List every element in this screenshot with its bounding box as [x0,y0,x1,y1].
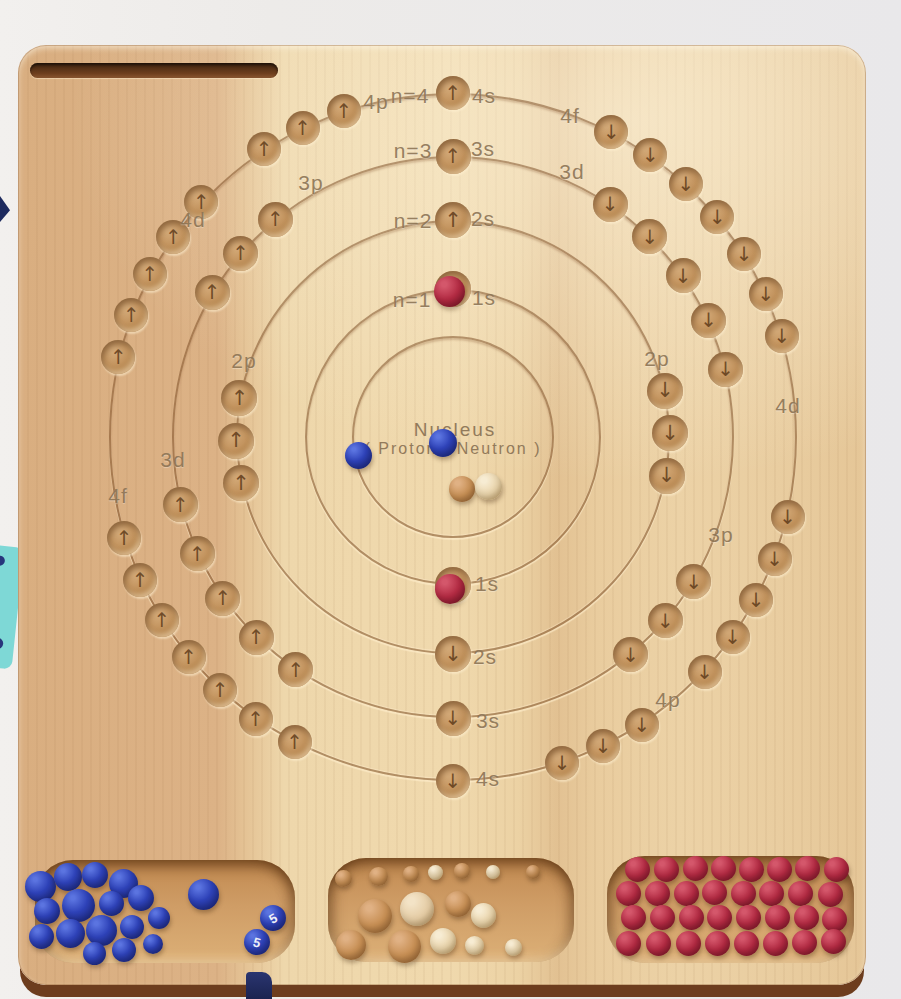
electron-tray-ball-14[interactable] [759,881,784,906]
neutron-tray-ball-16[interactable] [505,939,522,956]
engraved-label-4s-11: 4s [476,767,500,791]
proton-tray-ball-10[interactable] [56,919,85,948]
electron-tray-ball-11[interactable] [674,881,699,906]
board-ball-red-2[interactable] [435,574,465,604]
electron-tray-ball-18[interactable] [650,905,675,930]
hole-2s-up-1[interactable]: ↑ [435,202,471,238]
electron-tray-ball-23[interactable] [794,905,819,930]
hole-3p-up-1[interactable]: ↑ [258,202,293,237]
hole-3d-up-2[interactable]: ↑ [180,536,215,571]
engraved-label-2p-15: 2p [231,349,256,373]
hole-2s-down-1[interactable]: ↓ [435,636,471,672]
electron-tray-ball-28[interactable] [705,931,730,956]
engraved-label-n=4-0: n=4 [391,84,430,108]
engraved-label-4p-23: 4p [655,688,680,712]
electron-tray-ball-15[interactable] [788,881,813,906]
proton-tray-ball-15[interactable] [112,938,136,962]
hole-2p-up-3[interactable]: ↑ [223,465,259,501]
neutron-tray-ball-14[interactable] [430,928,456,954]
proton-tray-ball-3[interactable] [82,862,108,888]
engraved-label-n=2-4: n=2 [394,209,433,233]
engraved-label-2p-20: 2p [644,347,669,371]
electron-tray-ball-30[interactable] [763,931,788,956]
hole-2p-down-3[interactable]: ↓ [647,373,683,409]
electron-tray-ball-2[interactable] [654,857,679,882]
hole-4f-up-4[interactable]: ↑ [172,640,206,674]
proton-tray-ball-11[interactable] [86,915,117,946]
electron-tray-ball-24[interactable] [822,907,847,932]
neutron-tray-ball-2[interactable] [369,867,388,886]
hole-3d-up-3[interactable]: ↑ [205,581,240,616]
engraved-label-1s-8: 1s [475,572,499,596]
electron-tray-ball-19[interactable] [679,905,704,930]
engraved-label-4s-1: 4s [472,84,496,108]
engraved-label-1s-7: 1s [472,286,496,310]
hole-3s-down-1[interactable]: ↓ [436,701,471,736]
hole-4f-down-4[interactable]: ↓ [700,200,734,234]
neutron-tray-ball-15[interactable] [465,936,484,955]
neutron-tray-ball-8[interactable] [358,899,392,933]
engraved-label-4f-17: 4f [108,484,128,508]
hole-4f-down-7[interactable]: ↓ [594,115,628,149]
hole-4p-up-1[interactable]: ↑ [327,94,361,128]
engraved-label-3s-3: 3s [471,137,495,161]
engraved-label-n=1-6: n=1 [393,288,432,312]
electron-tray-ball-13[interactable] [731,881,756,906]
engraved-label-2s-5: 2s [471,207,495,231]
orbital-board-photo: Nucleus ( Proton / Neutron ) ↑↓↑↑↑↑↓↓↓↓↑… [0,0,901,999]
electron-tray-ball-31[interactable] [792,930,817,955]
neutron-tray-ball-1[interactable] [335,870,352,887]
engraved-label-4d-14: 4d [180,208,205,232]
electron-tray-ball-22[interactable] [765,905,790,930]
hole-2p-up-2[interactable]: ↑ [218,423,254,459]
board-ball-red-1[interactable] [434,276,465,307]
hole-3s-up-1[interactable]: ↑ [436,139,471,174]
neutron-tray-ball-9[interactable] [400,892,434,926]
engraved-label-3s-10: 3s [476,709,500,733]
electron-tray-ball-27[interactable] [676,931,701,956]
hole-4d-down-5[interactable]: ↓ [771,500,805,534]
proton-tray-ball-16[interactable] [143,934,163,954]
neutron-tray-ball-10[interactable] [445,891,471,917]
hole-3p-up-2[interactable]: ↑ [223,236,258,271]
electron-tray-ball-9[interactable] [616,881,641,906]
neutron-tray-ball-11[interactable] [471,903,496,928]
neutron-tray-ball-6[interactable] [486,865,500,879]
hole-4d-down-1[interactable]: ↓ [688,655,722,689]
hole-4f-up-1[interactable]: ↑ [107,521,141,555]
proton-tray-ball-6[interactable] [62,889,95,922]
engraved-label-2s-9: 2s [473,645,497,669]
neutron-tray-ball-7[interactable] [526,865,540,879]
hole-4d-down-2[interactable]: ↓ [716,620,750,654]
electron-tray-ball-7[interactable] [795,856,820,881]
proton-tray-ball-12[interactable] [120,915,144,939]
neutron-tray-ball-4[interactable] [428,865,443,880]
electron-tray-ball-1[interactable] [625,857,650,882]
hole-3p-up-3[interactable]: ↑ [195,275,230,310]
electron-tray-ball-21[interactable] [736,905,761,930]
hole-4f-up-7[interactable]: ↑ [278,725,312,759]
hole-4f-down-2[interactable]: ↓ [749,277,783,311]
neutron-tray-ball-5[interactable] [454,863,470,879]
neutron-tray-ball-13[interactable] [388,930,421,963]
electron-tray-ball-8[interactable] [824,857,849,882]
hole-3d-up-4[interactable]: ↑ [239,620,274,655]
hole-4f-down-3[interactable]: ↓ [727,237,761,271]
hole-2p-down-2[interactable]: ↓ [652,415,688,451]
proton-tray-ball-19[interactable]: 5 [244,929,270,955]
hole-3d-down-1[interactable]: ↓ [708,352,743,387]
pencil-groove [30,63,278,78]
board-ball-cream-6[interactable] [475,473,502,500]
hole-3d-down-3[interactable]: ↓ [666,258,701,293]
engraved-label-4d-21: 4d [775,394,800,418]
engraved-label-4f-18: 4f [560,104,580,128]
proton-tray-ball-13[interactable] [148,907,170,929]
hole-4s-up-1[interactable]: ↑ [436,76,470,110]
proton-tray-ball-18[interactable]: 5 [260,905,286,931]
board-ball-blue-3[interactable] [345,442,372,469]
board-ball-tan-5[interactable] [449,476,475,502]
hole-4p-down-3[interactable]: ↓ [625,708,659,742]
electron-tray-ball-6[interactable] [767,857,792,882]
proton-tray-ball-17[interactable] [188,879,219,910]
electron-tray-ball-5[interactable] [739,857,764,882]
neutron-tray-ball-3[interactable] [403,866,419,882]
hole-4f-up-6[interactable]: ↑ [239,702,273,736]
engraved-label-3p-22: 3p [708,523,733,547]
card-dot [0,637,4,649]
electron-tray-ball-16[interactable] [818,882,843,907]
proton-tray-ball-1[interactable] [25,871,56,902]
hole-4f-up-3[interactable]: ↑ [145,603,179,637]
proton-tray-ball-2[interactable] [54,863,82,891]
electron-tray-ball-3[interactable] [683,856,708,881]
electron-tray-ball-4[interactable] [711,856,736,881]
hole-4d-down-4[interactable]: ↓ [758,542,792,576]
proton-tray-ball-14[interactable] [83,942,106,965]
card-dot [0,555,5,566]
hole-4p-up-2[interactable]: ↑ [286,111,320,145]
engraved-label-3p-13: 3p [298,171,323,195]
proton-tray-ball-5[interactable] [34,898,60,924]
engraved-label-n=3-2: n=3 [394,139,433,163]
hole-4s-down-1[interactable]: ↓ [436,764,470,798]
navy-strip-3 [246,972,272,999]
electron-tray-ball-25[interactable] [616,931,641,956]
engraved-label-3d-16: 3d [160,448,185,472]
engraved-label-3d-19: 3d [559,160,584,184]
hole-2p-down-1[interactable]: ↓ [649,458,685,494]
hole-3d-down-5[interactable]: ↓ [593,187,628,222]
board-ball-blue-4[interactable] [429,429,457,457]
electron-tray-ball-20[interactable] [707,905,732,930]
proton-tray-ball-9[interactable] [29,924,54,949]
engraved-label-4p-12: 4p [363,90,388,114]
hole-4d-down-3[interactable]: ↓ [739,583,773,617]
electron-tray-ball-29[interactable] [734,931,759,956]
electron-tray-ball-17[interactable] [621,905,646,930]
electron-tray-ball-32[interactable] [821,929,846,954]
proton-tray-ball-8[interactable] [128,885,154,911]
electron-tray-ball-26[interactable] [646,931,671,956]
hole-3d-down-2[interactable]: ↓ [691,303,726,338]
neutron-tray-ball-12[interactable] [336,930,366,960]
proton-tray-ball-7[interactable] [99,891,124,916]
hole-4d-up-4[interactable]: ↑ [114,298,148,332]
electron-tray-ball-10[interactable] [645,881,670,906]
hole-4f-down-5[interactable]: ↓ [669,167,703,201]
electron-tray-ball-12[interactable] [702,880,727,905]
navy-wedge-1 [0,196,10,222]
